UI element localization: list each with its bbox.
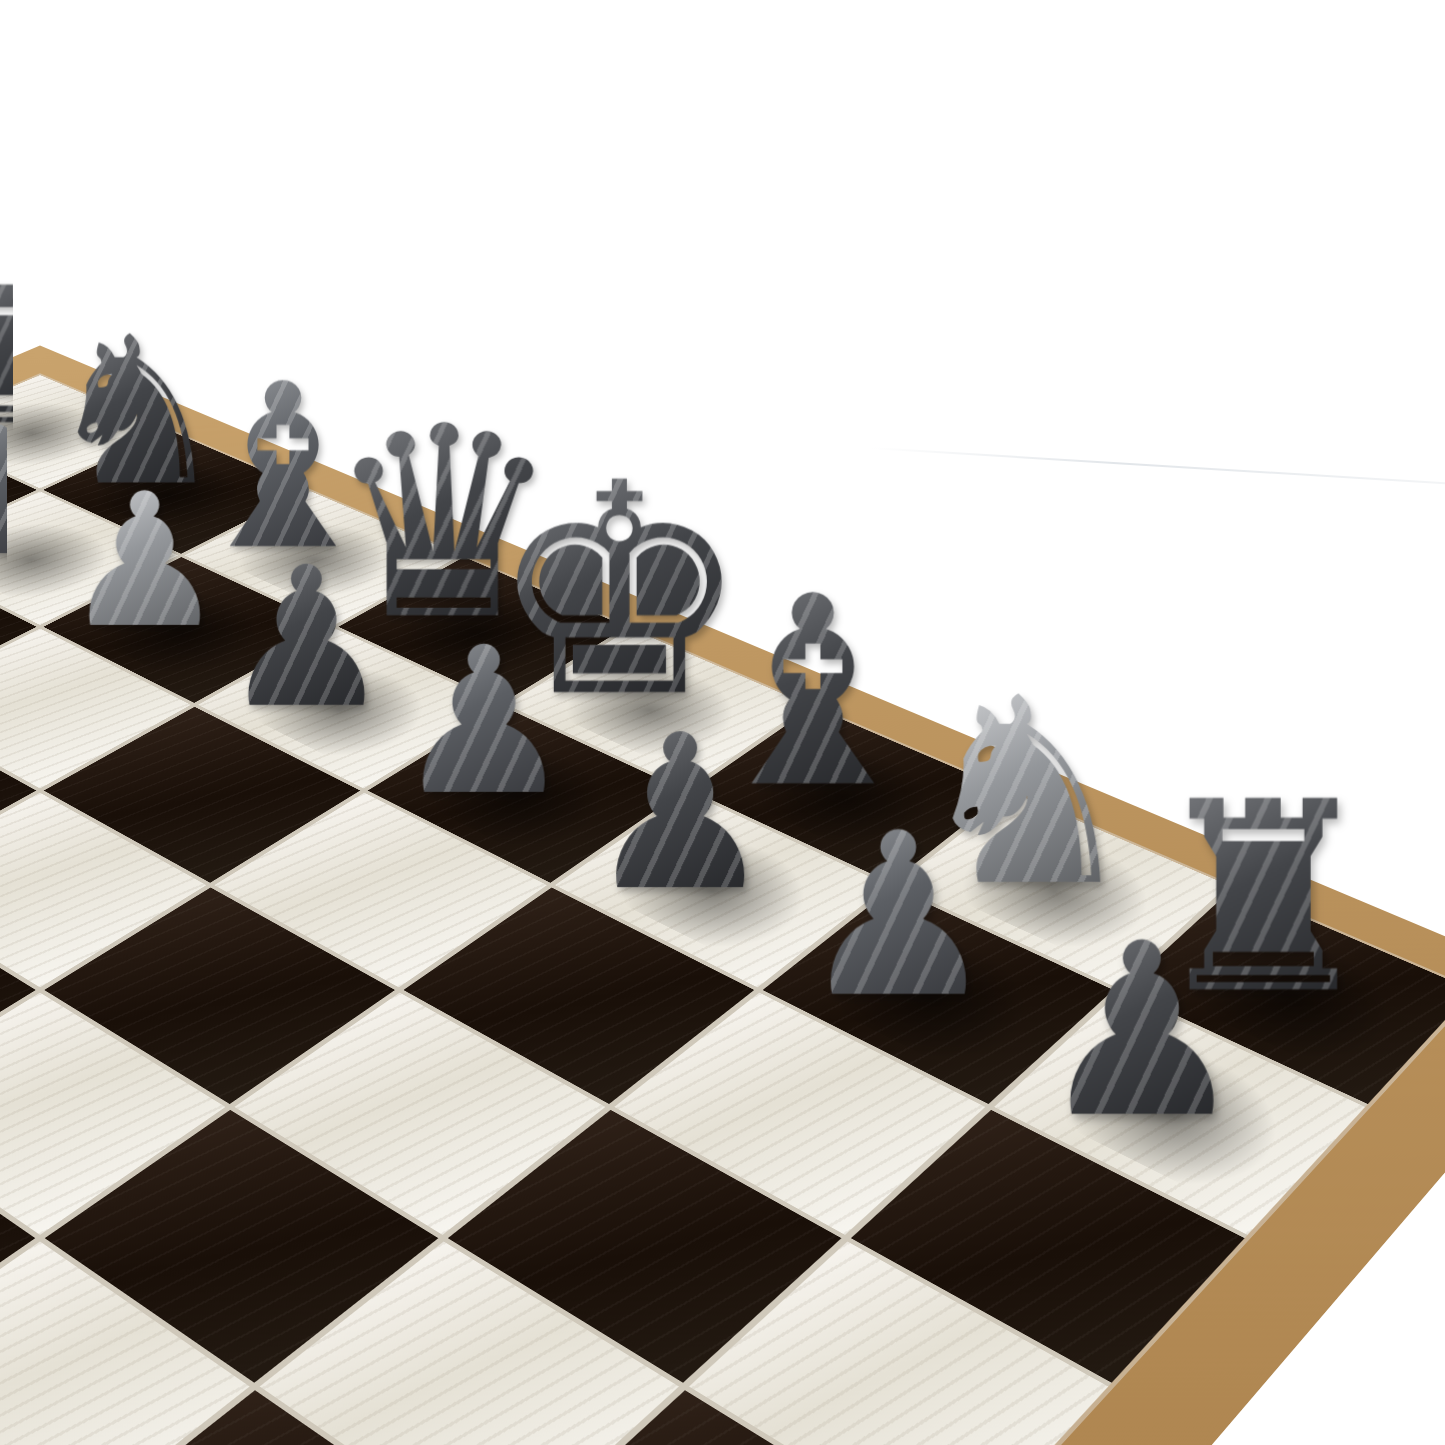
background-seam-line (871, 447, 1445, 487)
piece-black-pawn-h7: ♟ (994, 993, 1365, 1235)
chess-set-product-photo: ♜♞♝♛♚♝♞♜♟♟♟♟♟♟♟♟ (0, 0, 1445, 1445)
pawn-glyph: ♟ (970, 918, 1314, 1145)
chess-board: ♜♞♝♛♚♝♞♜♟♟♟♟♟♟♟♟ (0, 347, 1445, 1445)
